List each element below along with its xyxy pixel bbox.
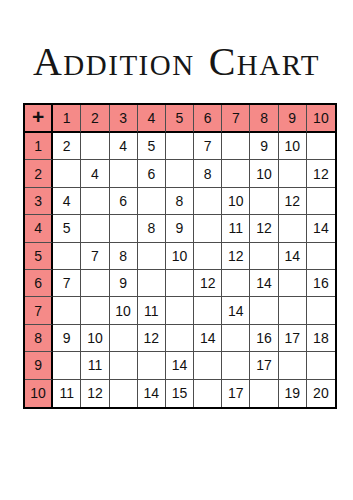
sum-cell-r8-c1: 9 xyxy=(53,325,81,352)
sum-cell-r7-c2[interactable] xyxy=(81,297,109,324)
sum-cell-r6-c6: 12 xyxy=(194,270,222,297)
sum-cell-r5-c6[interactable] xyxy=(194,243,222,270)
sum-cell-r8-c6: 14 xyxy=(194,325,222,352)
sum-cell-r2-c5[interactable] xyxy=(166,160,194,187)
sum-cell-r4-c8: 12 xyxy=(250,215,278,242)
sum-cell-r5-c3: 8 xyxy=(110,243,138,270)
sum-cell-r5-c10[interactable] xyxy=(307,243,335,270)
sum-cell-r10-c7: 17 xyxy=(222,380,250,407)
sum-cell-r4-c2[interactable] xyxy=(81,215,109,242)
col-header-1: 1 xyxy=(53,105,81,133)
sum-cell-r3-c4[interactable] xyxy=(138,188,166,215)
sum-cell-r1-c8: 9 xyxy=(250,133,278,160)
sum-cell-r5-c4[interactable] xyxy=(138,243,166,270)
sum-cell-r3-c8[interactable] xyxy=(250,188,278,215)
sum-cell-r8-c10: 18 xyxy=(307,325,335,352)
sum-cell-r5-c9: 14 xyxy=(279,243,307,270)
sum-cell-r10-c6[interactable] xyxy=(194,380,222,407)
col-header-10: 10 xyxy=(307,105,335,133)
sum-cell-r3-c6[interactable] xyxy=(194,188,222,215)
sum-cell-r4-c9[interactable] xyxy=(279,215,307,242)
sum-cell-r2-c2: 4 xyxy=(81,160,109,187)
sum-cell-r1-c9: 10 xyxy=(279,133,307,160)
sum-cell-r5-c2: 7 xyxy=(81,243,109,270)
sum-cell-r3-c10[interactable] xyxy=(307,188,335,215)
sum-cell-r1-c2[interactable] xyxy=(81,133,109,160)
sum-cell-r1-c4: 5 xyxy=(138,133,166,160)
row-header-3: 3 xyxy=(25,188,53,215)
col-header-7: 7 xyxy=(222,105,250,133)
col-header-4: 4 xyxy=(138,105,166,133)
sum-cell-r7-c7: 14 xyxy=(222,297,250,324)
sum-cell-r10-c8[interactable] xyxy=(250,380,278,407)
sum-cell-r10-c4: 14 xyxy=(138,380,166,407)
sum-cell-r6-c5[interactable] xyxy=(166,270,194,297)
sum-cell-r2-c4: 6 xyxy=(138,160,166,187)
addition-grid: +123456789101245791024681012346810124589… xyxy=(23,103,337,409)
sum-cell-r7-c4: 11 xyxy=(138,297,166,324)
sum-cell-r7-c8[interactable] xyxy=(250,297,278,324)
sum-cell-r2-c6: 8 xyxy=(194,160,222,187)
sum-cell-r9-c8: 17 xyxy=(250,352,278,379)
col-header-9: 9 xyxy=(279,105,307,133)
row-header-4: 4 xyxy=(25,215,53,242)
sum-cell-r10-c3[interactable] xyxy=(110,380,138,407)
sum-cell-r8-c4: 12 xyxy=(138,325,166,352)
sum-cell-r1-c7[interactable] xyxy=(222,133,250,160)
sum-cell-r10-c2: 12 xyxy=(81,380,109,407)
col-header-3: 3 xyxy=(110,105,138,133)
sum-cell-r10-c9: 19 xyxy=(279,380,307,407)
row-header-8: 8 xyxy=(25,325,53,352)
sum-cell-r9-c2: 11 xyxy=(81,352,109,379)
sum-cell-r7-c6[interactable] xyxy=(194,297,222,324)
sum-cell-r9-c7[interactable] xyxy=(222,352,250,379)
sum-cell-r5-c7: 12 xyxy=(222,243,250,270)
row-header-6: 6 xyxy=(25,270,53,297)
sum-cell-r10-c1: 11 xyxy=(53,380,81,407)
sum-cell-r5-c8[interactable] xyxy=(250,243,278,270)
sum-cell-r1-c1: 2 xyxy=(53,133,81,160)
sum-cell-r1-c5[interactable] xyxy=(166,133,194,160)
row-header-7: 7 xyxy=(25,297,53,324)
sum-cell-r10-c5: 15 xyxy=(166,380,194,407)
title-word-chart: Chart xyxy=(209,40,320,87)
sum-cell-r2-c3[interactable] xyxy=(110,160,138,187)
sum-cell-r2-c8: 10 xyxy=(250,160,278,187)
sum-cell-r3-c2[interactable] xyxy=(81,188,109,215)
sum-cell-r9-c4[interactable] xyxy=(138,352,166,379)
sum-cell-r7-c9[interactable] xyxy=(279,297,307,324)
sum-cell-r3-c5: 8 xyxy=(166,188,194,215)
sum-cell-r3-c7: 10 xyxy=(222,188,250,215)
sum-cell-r6-c9[interactable] xyxy=(279,270,307,297)
sum-cell-r9-c10[interactable] xyxy=(307,352,335,379)
sum-cell-r9-c1[interactable] xyxy=(53,352,81,379)
sum-cell-r9-c5: 14 xyxy=(166,352,194,379)
row-header-10: 10 xyxy=(25,380,53,407)
sum-cell-r6-c4[interactable] xyxy=(138,270,166,297)
sum-cell-r2-c7[interactable] xyxy=(222,160,250,187)
sum-cell-r6-c2[interactable] xyxy=(81,270,109,297)
sum-cell-r7-c3: 10 xyxy=(110,297,138,324)
sum-cell-r8-c3[interactable] xyxy=(110,325,138,352)
sum-cell-r10-c10: 20 xyxy=(307,380,335,407)
sum-cell-r1-c3: 4 xyxy=(110,133,138,160)
sum-cell-r4-c7: 11 xyxy=(222,215,250,242)
title-word-addition: Addition xyxy=(33,40,195,87)
sum-cell-r6-c3: 9 xyxy=(110,270,138,297)
sum-cell-r7-c5[interactable] xyxy=(166,297,194,324)
col-header-6: 6 xyxy=(194,105,222,133)
row-header-9: 9 xyxy=(25,352,53,379)
sum-cell-r4-c10: 14 xyxy=(307,215,335,242)
sum-cell-r6-c8: 14 xyxy=(250,270,278,297)
operator-cell: + xyxy=(25,105,53,133)
sum-cell-r5-c1[interactable] xyxy=(53,243,81,270)
sum-cell-r2-c1[interactable] xyxy=(53,160,81,187)
row-header-2: 2 xyxy=(25,160,53,187)
sum-cell-r9-c9[interactable] xyxy=(279,352,307,379)
sum-cell-r7-c10[interactable] xyxy=(307,297,335,324)
sum-cell-r6-c10: 16 xyxy=(307,270,335,297)
sum-cell-r8-c9: 17 xyxy=(279,325,307,352)
sum-cell-r4-c6[interactable] xyxy=(194,215,222,242)
sum-cell-r7-c1[interactable] xyxy=(53,297,81,324)
col-header-8: 8 xyxy=(250,105,278,133)
sum-cell-r3-c3: 6 xyxy=(110,188,138,215)
sum-cell-r2-c10: 12 xyxy=(307,160,335,187)
sum-cell-r9-c3[interactable] xyxy=(110,352,138,379)
row-header-1: 1 xyxy=(25,133,53,160)
sum-cell-r6-c1: 7 xyxy=(53,270,81,297)
sum-cell-r5-c5: 10 xyxy=(166,243,194,270)
sum-cell-r4-c3[interactable] xyxy=(110,215,138,242)
col-header-5: 5 xyxy=(166,105,194,133)
sum-cell-r4-c5: 9 xyxy=(166,215,194,242)
sum-cell-r6-c7[interactable] xyxy=(222,270,250,297)
sum-cell-r8-c2: 10 xyxy=(81,325,109,352)
sum-cell-r8-c7[interactable] xyxy=(222,325,250,352)
sum-cell-r3-c1: 4 xyxy=(53,188,81,215)
sum-cell-r4-c4: 8 xyxy=(138,215,166,242)
col-header-2: 2 xyxy=(81,105,109,133)
sum-cell-r2-c9[interactable] xyxy=(279,160,307,187)
sum-cell-r4-c1: 5 xyxy=(53,215,81,242)
sum-cell-r3-c9: 12 xyxy=(279,188,307,215)
sum-cell-r8-c5[interactable] xyxy=(166,325,194,352)
page-title: AdditionChart xyxy=(0,40,353,87)
row-header-5: 5 xyxy=(25,243,53,270)
sum-cell-r1-c10[interactable] xyxy=(307,133,335,160)
sum-cell-r9-c6[interactable] xyxy=(194,352,222,379)
sum-cell-r8-c8: 16 xyxy=(250,325,278,352)
sum-cell-r1-c6: 7 xyxy=(194,133,222,160)
